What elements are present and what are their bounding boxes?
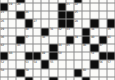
grid-cell-r7c2[interactable]	[8, 44, 16, 52]
clue-number-56: 56	[99, 61, 102, 64]
clue-number-52: 52	[1, 61, 4, 64]
clue-number-57: 57	[107, 61, 110, 64]
black-cell-r11c11	[82, 77, 90, 80]
clue-number-29: 29	[1, 28, 4, 31]
clue-number-49: 49	[42, 52, 45, 55]
grid-cell-r3c14[interactable]	[107, 11, 115, 19]
grid-cell-r2c14[interactable]	[107, 3, 115, 11]
clue-number-20: 20	[17, 3, 20, 6]
grid-cell-r10c6[interactable]	[41, 69, 49, 77]
grid-cell-r7c1[interactable]: 42	[0, 44, 8, 52]
grid-cell-r6c4[interactable]: 37	[25, 36, 33, 44]
clue-number-40: 40	[91, 36, 94, 39]
clue-number-26: 26	[1, 20, 4, 23]
clue-number-36: 36	[1, 36, 4, 39]
grid-cell-r6c8[interactable]	[58, 36, 66, 44]
grid-cell-r6c5[interactable]	[33, 36, 41, 44]
grid-cell-r4c10[interactable]: 28	[74, 19, 82, 27]
clue-number-60: 60	[83, 69, 86, 72]
black-cell-r6c9	[66, 36, 74, 44]
black-cell-r4c4	[25, 19, 33, 27]
grid-cell-r11c1[interactable]	[0, 77, 8, 80]
black-cell-r6c11	[82, 36, 90, 44]
black-cell-r8c5	[33, 52, 41, 60]
grid-cell-r7c5[interactable]	[33, 44, 41, 52]
clue-number-58: 58	[1, 69, 4, 72]
grid-cell-r10c12[interactable]	[90, 69, 98, 77]
grid-cell-r2c12[interactable]	[90, 3, 98, 11]
grid-cell-r7c14[interactable]	[107, 44, 115, 52]
grid-cell-r5c4[interactable]: 30	[25, 28, 33, 36]
crossword-grid: 1920212223242526272829303132333435363738…	[0, 0, 115, 80]
grid-cell-r11c2[interactable]	[8, 77, 16, 80]
grid-cell-r2c4[interactable]	[25, 3, 33, 11]
grid-cell-r5c1[interactable]: 29	[0, 28, 8, 36]
grid-cell-r11c12[interactable]	[90, 77, 98, 80]
grid-cell-r5c3[interactable]	[16, 28, 24, 36]
grid-cell-r2c3[interactable]: 20	[16, 3, 24, 11]
grid-cell-r2c2[interactable]: 19	[8, 3, 16, 11]
grid-cell-r3c1[interactable]: 23	[0, 11, 8, 19]
grid-cell-r9c7[interactable]: 55	[49, 60, 57, 68]
grid-cell-r3c11[interactable]	[82, 11, 90, 19]
grid-cell-r5c10[interactable]	[74, 28, 82, 36]
grid-cell-r3c7[interactable]	[49, 11, 57, 19]
grid-cell-r10c13[interactable]	[99, 69, 107, 77]
black-cell-r2c1	[0, 3, 8, 11]
grid-cell-r2c9[interactable]: 21	[66, 3, 74, 11]
clue-number-43: 43	[17, 44, 20, 47]
grid-cell-r9c4[interactable]: 53	[25, 60, 33, 68]
grid-cell-r11c5[interactable]	[33, 77, 41, 80]
black-cell-r8c7	[49, 52, 57, 60]
grid-cell-r9c11[interactable]	[82, 60, 90, 68]
grid-cell-r2c6[interactable]	[41, 3, 49, 11]
grid-cell-r9c9[interactable]	[66, 60, 74, 68]
grid-cell-r2c5[interactable]	[33, 3, 41, 11]
black-cell-r3c3	[16, 11, 24, 19]
grid-cell-r8c9[interactable]	[66, 52, 74, 60]
clue-number-38: 38	[42, 36, 45, 39]
grid-cell-r10c8[interactable]	[58, 69, 66, 77]
clue-number-51: 51	[91, 52, 94, 55]
grid-cell-r10c9[interactable]	[66, 69, 74, 77]
clue-number-59: 59	[25, 69, 28, 72]
grid-cell-r3c12[interactable]	[90, 11, 98, 19]
black-cell-r7c12	[90, 44, 98, 52]
grid-cell-r3c4[interactable]: 24	[25, 11, 33, 19]
clue-number-46: 46	[83, 44, 86, 47]
black-cell-r8c4	[25, 52, 33, 60]
grid-cell-r8c12[interactable]: 51	[90, 52, 98, 60]
clue-number-54: 54	[33, 61, 36, 64]
clue-number-27: 27	[33, 20, 36, 23]
grid-cell-r10c5[interactable]	[33, 69, 41, 77]
grid-cell-r2c13[interactable]	[99, 3, 107, 11]
grid-cell-r10c7[interactable]	[49, 69, 57, 77]
grid-cell-r8c8[interactable]: 50	[58, 52, 66, 60]
grid-cell-r10c14[interactable]	[107, 69, 115, 77]
black-cell-r6c13	[99, 36, 107, 44]
clue-number-41: 41	[107, 36, 110, 39]
grid-cell-r10c11[interactable]: 60	[82, 69, 90, 77]
clue-number-39: 39	[75, 36, 78, 39]
black-cell-r10c10	[74, 69, 82, 77]
grid-cell-r10c2[interactable]	[8, 69, 16, 77]
clue-number-44: 44	[58, 44, 61, 47]
grid-cell-r5c14[interactable]: 35	[107, 28, 115, 36]
black-cell-r3c8	[58, 11, 66, 19]
black-cell-r8c1	[0, 52, 8, 60]
grid-cell-r3c2[interactable]	[8, 11, 16, 19]
grid-cell-r7c8[interactable]: 44	[58, 44, 66, 52]
grid-cell-r4c13[interactable]	[99, 19, 107, 27]
grid-cell-r7c3[interactable]: 43	[16, 44, 24, 52]
clue-number-34: 34	[91, 28, 94, 31]
grid-cell-r5c9[interactable]: 33	[66, 28, 74, 36]
black-cell-r10c3	[16, 69, 24, 77]
grid-cell-r6c1[interactable]: 36	[0, 36, 8, 44]
grid-cell-r11c3[interactable]	[16, 77, 24, 80]
grid-cell-r6c7[interactable]	[49, 36, 57, 44]
grid-cell-r6c6[interactable]: 38	[41, 36, 49, 44]
grid-cell-r5c7[interactable]: 31	[49, 28, 57, 36]
clue-number-30: 30	[25, 28, 28, 31]
black-cell-r7c7	[49, 44, 57, 52]
grid-cell-r7c13[interactable]: 47	[99, 44, 107, 52]
grid-cell-r5c5[interactable]	[33, 28, 41, 36]
grid-cell-r3c10[interactable]: 25	[74, 11, 82, 19]
grid-cell-r11c8[interactable]	[58, 77, 66, 80]
grid-cell-r11c14[interactable]	[107, 77, 115, 80]
grid-cell-r9c8[interactable]	[58, 60, 66, 68]
grid-cell-r3c13[interactable]	[99, 11, 107, 19]
grid-cell-r7c11[interactable]: 46	[82, 44, 90, 52]
grid-cell-r7c6[interactable]	[41, 44, 49, 52]
clue-number-45: 45	[66, 44, 69, 47]
grid-cell-r7c10[interactable]	[74, 44, 82, 52]
grid-cell-r2c11[interactable]	[82, 3, 90, 11]
grid-cell-r2c7[interactable]	[49, 3, 57, 11]
grid-cell-r6c12[interactable]: 40	[90, 36, 98, 44]
crossword-screenshot: 1920212223242526272829303132333435363738…	[0, 0, 115, 80]
grid-cell-r4c6[interactable]	[41, 19, 49, 27]
grid-cell-r6c14[interactable]: 41	[107, 36, 115, 44]
black-cell-r6c3	[16, 36, 24, 44]
clue-number-42: 42	[1, 44, 4, 47]
black-cell-r11c4	[25, 77, 33, 80]
grid-cell-r8c6[interactable]: 49	[41, 52, 49, 60]
grid-cell-r11c6[interactable]	[41, 77, 49, 80]
grid-cell-r5c13[interactable]	[99, 28, 107, 36]
grid-cell-r6c10[interactable]: 39	[74, 36, 82, 44]
grid-cell-r9c10[interactable]	[74, 60, 82, 68]
clue-number-55: 55	[50, 61, 53, 64]
grid-cell-r9c13[interactable]: 56	[99, 60, 107, 68]
clue-number-21: 21	[66, 3, 69, 6]
grid-cell-r5c12[interactable]: 34	[90, 28, 98, 36]
black-cell-r3c9	[66, 11, 74, 19]
grid-cell-r7c9[interactable]: 45	[66, 44, 74, 52]
grid-cell-r11c13[interactable]	[99, 77, 107, 80]
clue-number-28: 28	[75, 20, 78, 23]
clue-number-25: 25	[75, 11, 78, 14]
clue-number-47: 47	[99, 44, 102, 47]
clue-number-37: 37	[25, 36, 28, 39]
black-cell-r5c6	[41, 28, 49, 36]
clue-number-53: 53	[25, 61, 28, 64]
grid-cell-r8c3[interactable]	[16, 52, 24, 60]
grid-cell-r11c10[interactable]	[74, 77, 82, 80]
grid-cell-r7c4[interactable]	[25, 44, 33, 52]
grid-cell-r4c7[interactable]	[49, 19, 57, 27]
grid-cell-r3c5[interactable]	[33, 11, 41, 19]
grid-cell-r4c2[interactable]	[8, 19, 16, 27]
black-cell-r4c9	[66, 19, 74, 27]
grid-cell-r9c14[interactable]: 57	[107, 60, 115, 68]
grid-cell-r9c3[interactable]	[16, 60, 24, 68]
black-cell-r4c12	[90, 19, 98, 27]
black-cell-r4c14	[107, 19, 115, 27]
black-cell-r8c13	[99, 52, 107, 60]
clue-number-22: 22	[75, 3, 78, 6]
clue-number-31: 31	[50, 28, 53, 31]
clue-number-35: 35	[107, 28, 110, 31]
grid-cell-r5c8[interactable]: 32	[58, 28, 66, 36]
black-cell-r9c12	[90, 60, 98, 68]
clue-number-19: 19	[9, 3, 12, 6]
grid-cell-r9c1[interactable]: 52	[0, 60, 8, 68]
grid-cell-r10c1[interactable]: 58	[0, 69, 8, 77]
grid-cell-r8c10[interactable]	[74, 52, 82, 60]
grid-cell-r4c1[interactable]: 26	[0, 19, 8, 27]
grid-cell-r9c2[interactable]	[8, 60, 16, 68]
grid-cell-r8c2[interactable]: 48	[8, 52, 16, 60]
clue-number-33: 33	[66, 28, 69, 31]
black-cell-r9c6	[41, 60, 49, 68]
grid-cell-r8c11[interactable]	[82, 52, 90, 60]
grid-cell-r4c3[interactable]	[16, 19, 24, 27]
black-cell-r4c8	[58, 19, 66, 27]
black-cell-r11c7	[49, 77, 57, 80]
clue-number-48: 48	[9, 52, 12, 55]
grid-cell-r9c5[interactable]: 54	[33, 60, 41, 68]
grid-cell-r5c2[interactable]	[8, 28, 16, 36]
black-cell-r2c8	[58, 3, 66, 11]
clue-number-50: 50	[58, 52, 61, 55]
clue-number-23: 23	[1, 11, 4, 14]
grid-cell-r11c9[interactable]	[66, 77, 74, 80]
grid-cell-r2c10[interactable]: 22	[74, 3, 82, 11]
grid-cell-r3c6[interactable]	[41, 11, 49, 19]
grid-cell-r4c11[interactable]	[82, 19, 90, 27]
grid-cell-r4c5[interactable]: 27	[33, 19, 41, 27]
grid-cell-r10c4[interactable]: 59	[25, 69, 33, 77]
clue-number-24: 24	[25, 11, 28, 14]
clue-number-32: 32	[58, 28, 61, 31]
grid-cell-r6c2[interactable]	[8, 36, 16, 44]
black-cell-r8c14	[107, 52, 115, 60]
black-cell-r5c11	[82, 28, 90, 36]
